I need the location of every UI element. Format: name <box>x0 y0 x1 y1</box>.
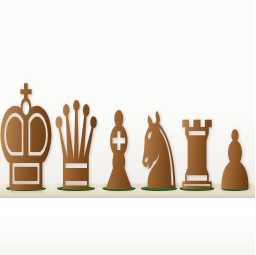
piece-slot-rook: ♜ <box>179 0 216 191</box>
pieces-row: ♚ ♛ ♝ ♞ ♜ ♟ <box>0 0 255 191</box>
piece-slot-pawn: ♟ <box>216 0 256 191</box>
pawn-piece: ♟ <box>215 120 255 202</box>
product-photo: ♚ ♛ ♝ ♞ ♜ ♟ <box>0 0 255 255</box>
piece-slot-queen: ♛ <box>53 0 99 191</box>
piece-slot-king: ♚ <box>0 0 53 191</box>
